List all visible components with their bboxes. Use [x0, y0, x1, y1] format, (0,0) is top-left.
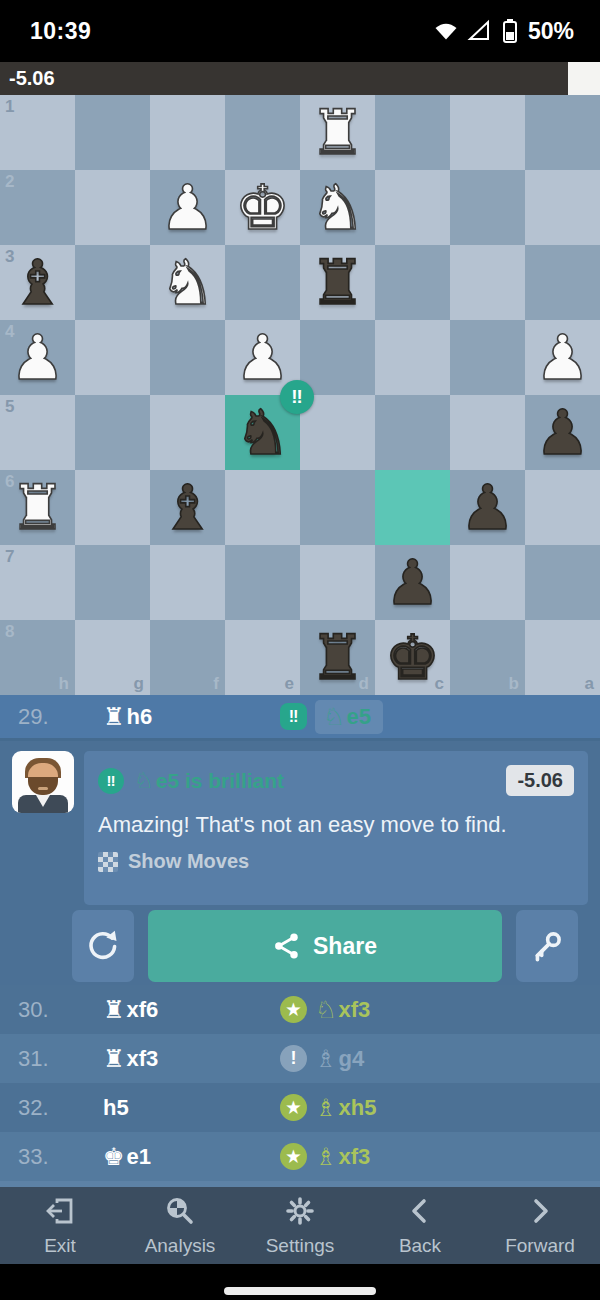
comment-panel: ‼ ♘e5 is brilliant -5.06 Amazing! That's… [84, 751, 588, 905]
comment-title: ♘e5 is brilliant [134, 768, 284, 793]
black-move[interactable]: ♗g4 [315, 1045, 364, 1073]
white-rook-d1[interactable]: ♜ [300, 95, 375, 170]
file-label: b [509, 674, 519, 694]
nav-item-back[interactable]: Back [360, 1187, 480, 1264]
square-f3[interactable]: ♞ [150, 245, 225, 320]
move-list-current: 29.♜h6‼♘e5 [0, 695, 600, 741]
move-number: 30. [18, 997, 103, 1023]
nav-item-settings[interactable]: Settings [240, 1187, 360, 1264]
action-buttons-row: Share [0, 905, 600, 985]
analysis-icon [164, 1195, 196, 1231]
white-move[interactable]: ♜xf6 [103, 996, 280, 1024]
nav-item-exit[interactable]: Exit [0, 1187, 120, 1264]
rank-label: 7 [5, 547, 14, 567]
white-pawn-f2[interactable]: ♟ [150, 170, 225, 245]
refresh-icon [85, 928, 121, 964]
retry-button[interactable] [72, 910, 134, 982]
file-label: g [134, 674, 144, 694]
share-icon [273, 932, 301, 960]
move-number: 29. [18, 704, 103, 730]
white-pawn-h4[interactable]: ♟ [0, 320, 75, 395]
square-a8[interactable]: a [525, 620, 600, 695]
square-d7[interactable] [300, 545, 375, 620]
square-d1[interactable]: ♜ [300, 95, 375, 170]
clock: 10:39 [30, 18, 91, 45]
square-f2[interactable]: ♟ [150, 170, 225, 245]
square-a5[interactable]: ♟ [525, 395, 600, 470]
square-f7[interactable] [150, 545, 225, 620]
move-row-32: 32.h5★♗xh5 [0, 1083, 600, 1132]
nav-label: Settings [266, 1235, 335, 1257]
square-h2[interactable]: 2 [0, 170, 75, 245]
black-piece-icon: ♘ [315, 996, 337, 1024]
share-button[interactable]: Share [148, 910, 502, 982]
square-a7[interactable] [525, 545, 600, 620]
white-knight-d2[interactable]: ♞ [300, 170, 375, 245]
rank-label: 2 [5, 172, 14, 192]
good-badge-icon: ! [280, 1045, 307, 1072]
nav-label: Back [399, 1235, 441, 1257]
nav-label: Analysis [145, 1235, 216, 1257]
white-move[interactable]: ♜xf3 [103, 1045, 280, 1073]
square-b5[interactable] [450, 395, 525, 470]
square-a1[interactable] [525, 95, 600, 170]
key-moment-button[interactable] [516, 910, 578, 982]
square-f5[interactable] [150, 395, 225, 470]
square-g1[interactable] [75, 95, 150, 170]
square-h3[interactable]: 3♝ [0, 245, 75, 320]
square-a4[interactable]: ♟ [525, 320, 600, 395]
cell-signal-icon [466, 19, 492, 43]
square-d8[interactable]: d♜ [300, 620, 375, 695]
square-b3[interactable] [450, 245, 525, 320]
white-piece-icon: ♜ [103, 703, 125, 731]
back-icon [404, 1195, 436, 1231]
white-knight-f3[interactable]: ♞ [150, 245, 225, 320]
black-king-c8[interactable]: ♚ [375, 620, 450, 695]
square-c5[interactable] [375, 395, 450, 470]
forward-icon [524, 1195, 556, 1231]
rank-label: 5 [5, 397, 14, 417]
file-label: h [59, 674, 69, 694]
white-piece-icon: ♜ [103, 996, 125, 1024]
square-c6[interactable] [375, 470, 450, 545]
square-e7[interactable] [225, 545, 300, 620]
brilliant-badge-icon: ‼ [98, 768, 124, 794]
brilliant-move-badge: ‼ [280, 380, 314, 414]
square-h4[interactable]: 4♟ [0, 320, 75, 395]
square-h6[interactable]: 6♜ [0, 470, 75, 545]
battery-icon [499, 18, 521, 44]
square-a6[interactable] [525, 470, 600, 545]
best-badge-icon: ★ [280, 1143, 307, 1170]
square-d3[interactable]: ♜ [300, 245, 375, 320]
square-h1[interactable]: 1 [0, 95, 75, 170]
file-label: a [585, 674, 594, 694]
home-indicator[interactable] [224, 1287, 376, 1295]
move-row-30: 30.♜xf6★♘xf3 [0, 985, 600, 1034]
move-list-upcoming: 30.♜xf6★♘xf331.♜xf3!♗g432.h5★♗xh533.♚e1★… [0, 985, 600, 1181]
best-badge-icon: ★ [280, 996, 307, 1023]
black-move[interactable]: ♗xh5 [315, 1094, 376, 1122]
black-piece-icon: ♘ [323, 703, 345, 731]
white-move[interactable]: ♚e1 [103, 1143, 280, 1171]
coach-avatar [12, 751, 74, 813]
chess-board[interactable]: 1♜2♟♚♞3♝♞♜4♟♟♟5♞♟6♜♝♟7♟8hgfed♜c♚ba‼ [0, 95, 600, 695]
square-c8[interactable]: c♚ [375, 620, 450, 695]
evaluation-bar: -5.06 [0, 62, 600, 95]
square-b2[interactable] [450, 170, 525, 245]
square-a3[interactable] [525, 245, 600, 320]
selected-move-chip[interactable]: ♘e5 [315, 700, 383, 734]
square-c3[interactable] [375, 245, 450, 320]
knight-icon: ♘ [134, 768, 154, 793]
black-move[interactable]: ♘e5 [323, 703, 371, 731]
square-c2[interactable] [375, 170, 450, 245]
black-rook-d8[interactable]: ♜ [300, 620, 375, 695]
square-h5[interactable]: 5 [0, 395, 75, 470]
square-a2[interactable] [525, 170, 600, 245]
black-rook-d3[interactable]: ♜ [300, 245, 375, 320]
square-b7[interactable] [450, 545, 525, 620]
file-label: e [285, 674, 294, 694]
square-e3[interactable] [225, 245, 300, 320]
square-f1[interactable] [150, 95, 225, 170]
rank-label: 1 [5, 97, 14, 117]
black-pawn-c7[interactable]: ♟ [375, 545, 450, 620]
move-number: 33. [18, 1144, 103, 1170]
app-screen: 10:39 50% -5.06 1♜2♟♚♞3♝♞♜4♟♟♟5♞♟6♜♝♟7♟8… [0, 0, 600, 1300]
best-badge-icon: ★ [280, 1094, 307, 1121]
move-row-33: 33.♚e1★♗xf3 [0, 1132, 600, 1181]
square-f8[interactable]: f [150, 620, 225, 695]
coach-comment-section: ‼ ♘e5 is brilliant -5.06 Amazing! That's… [0, 741, 600, 905]
square-b8[interactable]: b [450, 620, 525, 695]
white-move[interactable]: ♜h6 [103, 703, 280, 731]
share-label: Share [313, 933, 377, 960]
black-piece-icon: ♗ [315, 1045, 337, 1073]
square-g3[interactable] [75, 245, 150, 320]
square-e2[interactable]: ♚ [225, 170, 300, 245]
brilliant-badge-icon: ‼ [280, 703, 307, 730]
move-row-31: 31.♜xf3!♗g4 [0, 1034, 600, 1083]
exit-icon [44, 1195, 76, 1231]
square-e8[interactable]: e [225, 620, 300, 695]
square-d4[interactable] [300, 320, 375, 395]
black-piece-icon: ♗ [315, 1143, 337, 1171]
mini-board-icon [98, 852, 118, 872]
white-piece-icon: ♚ [103, 1143, 125, 1171]
square-c7[interactable]: ♟ [375, 545, 450, 620]
gesture-area [0, 1264, 600, 1300]
square-g6[interactable] [75, 470, 150, 545]
square-b1[interactable] [450, 95, 525, 170]
black-piece-icon: ♗ [315, 1094, 337, 1122]
bottom-navigation: ExitAnalysisSettingsBackForward [0, 1187, 600, 1264]
black-move[interactable]: ♗xf3 [315, 1143, 370, 1171]
square-g5[interactable] [75, 395, 150, 470]
key-icon [530, 929, 564, 963]
black-pawn-b6[interactable]: ♟ [450, 470, 525, 545]
white-piece-icon: ♜ [103, 1045, 125, 1073]
white-move[interactable]: h5 [103, 1095, 280, 1121]
nav-item-analysis[interactable]: Analysis [120, 1187, 240, 1264]
file-label: f [213, 674, 219, 694]
status-bar: 10:39 50% [0, 0, 600, 62]
square-g4[interactable] [75, 320, 150, 395]
nav-item-forward[interactable]: Forward [480, 1187, 600, 1264]
square-f6[interactable]: ♝ [150, 470, 225, 545]
square-b6[interactable]: ♟ [450, 470, 525, 545]
settings-icon [284, 1195, 316, 1231]
square-h8[interactable]: 8h [0, 620, 75, 695]
black-move[interactable]: ♘xf3 [315, 996, 370, 1024]
wifi-icon [433, 19, 459, 43]
black-bishop-h3[interactable]: ♝ [0, 245, 75, 320]
comment-body: Amazing! That's not an easy move to find… [98, 812, 574, 838]
battery-percent: 50% [528, 18, 574, 45]
nav-label: Exit [44, 1235, 76, 1257]
square-c1[interactable] [375, 95, 450, 170]
square-g7[interactable] [75, 545, 150, 620]
evaluation-white-segment [568, 62, 600, 95]
square-h7[interactable]: 7 [0, 545, 75, 620]
square-g8[interactable]: g [75, 620, 150, 695]
white-king-e2[interactable]: ♚ [225, 170, 300, 245]
rank-label: 8 [5, 622, 14, 642]
square-g2[interactable] [75, 170, 150, 245]
show-moves-button[interactable]: Show Moves [98, 850, 574, 873]
square-c4[interactable] [375, 320, 450, 395]
eval-chip: -5.06 [506, 765, 574, 796]
white-pawn-a4[interactable]: ♟ [525, 320, 600, 395]
black-pawn-a5[interactable]: ♟ [525, 395, 600, 470]
move-row-29: 29.♜h6‼♘e5 [0, 695, 600, 741]
move-number: 32. [18, 1095, 103, 1121]
black-bishop-f6[interactable]: ♝ [150, 470, 225, 545]
square-b4[interactable] [450, 320, 525, 395]
square-f4[interactable] [150, 320, 225, 395]
move-number: 31. [18, 1046, 103, 1072]
square-d6[interactable] [300, 470, 375, 545]
evaluation-value: -5.06 [0, 67, 55, 90]
square-d2[interactable]: ♞ [300, 170, 375, 245]
square-e1[interactable] [225, 95, 300, 170]
nav-label: Forward [505, 1235, 575, 1257]
square-e6[interactable] [225, 470, 300, 545]
white-rook-h6[interactable]: ♜ [0, 470, 75, 545]
